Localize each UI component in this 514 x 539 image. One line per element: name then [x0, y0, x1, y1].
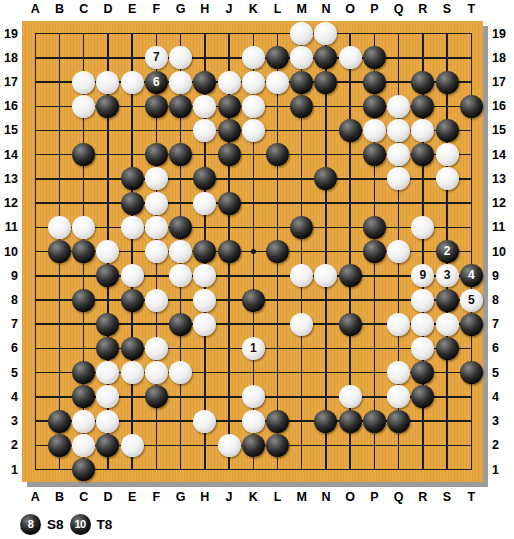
black-stone-T5	[460, 361, 483, 384]
white-stone-M7	[290, 313, 313, 336]
black-stone-P10	[363, 240, 386, 263]
black-stone-P17	[363, 71, 386, 94]
column-label-top: Q	[394, 2, 404, 16]
row-label-left: 1	[0, 463, 18, 477]
black-stone-E13	[121, 167, 144, 190]
black-stone-S8	[436, 289, 459, 312]
white-stone-S13	[436, 167, 459, 190]
black-stone-K8	[242, 289, 265, 312]
row-label-right: 15	[492, 123, 514, 137]
grid-line-vertical	[325, 33, 327, 470]
black-stone-R17	[411, 71, 434, 94]
grid-line-horizontal	[35, 469, 472, 471]
row-label-right: 19	[492, 27, 514, 41]
move-10-coordinate: T8	[97, 517, 113, 532]
row-label-left: 5	[0, 366, 18, 380]
column-label-bottom: K	[249, 490, 258, 504]
black-stone-L10	[266, 240, 289, 263]
white-stone-F8	[145, 289, 168, 312]
column-label-top: B	[55, 2, 64, 16]
white-stone-F6	[145, 337, 168, 360]
black-stone-L3	[266, 410, 289, 433]
column-label-top: R	[418, 2, 427, 16]
white-stone-E2	[121, 434, 144, 457]
white-stone-F11	[145, 216, 168, 239]
row-label-right: 10	[492, 245, 514, 259]
white-stone-S7	[436, 313, 459, 336]
white-stone-Q16	[387, 95, 410, 118]
white-stone-H16	[193, 95, 216, 118]
row-label-right: 7	[492, 317, 514, 331]
black-stone-F16	[145, 95, 168, 118]
column-label-top: P	[370, 2, 378, 16]
black-stone-P16	[363, 95, 386, 118]
move-number-label: 1	[242, 337, 265, 360]
white-stone-E9	[121, 264, 144, 287]
column-label-bottom: M	[297, 490, 307, 504]
column-label-bottom: B	[55, 490, 64, 504]
black-stone-E12	[121, 192, 144, 215]
white-stone-J2	[218, 434, 241, 457]
white-stone-L17	[266, 71, 289, 94]
column-label-top: S	[443, 2, 451, 16]
black-stone-G7	[169, 313, 192, 336]
column-label-top: G	[176, 2, 186, 16]
move-number-label: 9	[411, 264, 434, 287]
row-label-left: 4	[0, 390, 18, 404]
black-stone-K2	[242, 434, 265, 457]
column-label-bottom: C	[79, 490, 88, 504]
black-stone-C8	[72, 289, 95, 312]
black-stone-O15	[339, 119, 362, 142]
column-label-top: D	[103, 2, 112, 16]
white-stone-O18	[339, 46, 362, 69]
star-point	[251, 249, 256, 254]
column-label-bottom: Q	[394, 490, 404, 504]
move-number-label: 3	[436, 264, 459, 287]
white-stone-F5	[145, 361, 168, 384]
black-stone-N17	[314, 71, 337, 94]
column-label-top: L	[274, 2, 282, 16]
move-number-label: 7	[145, 46, 168, 69]
black-stone-M16	[290, 95, 313, 118]
black-stone-H17	[193, 71, 216, 94]
white-stone-C2	[72, 434, 95, 457]
column-label-bottom: T	[467, 490, 475, 504]
white-stone-O4	[339, 385, 362, 408]
black-stone-F14	[145, 143, 168, 166]
white-stone-K17	[242, 71, 265, 94]
move-number-label: 2	[436, 240, 459, 263]
black-stone-P11	[363, 216, 386, 239]
column-label-bottom: P	[370, 490, 378, 504]
white-stone-F10	[145, 240, 168, 263]
column-label-top: N	[321, 2, 330, 16]
white-stone-H8	[193, 289, 216, 312]
black-stone-P3	[363, 410, 386, 433]
move-number: 10	[70, 514, 91, 535]
white-stone-R8	[411, 289, 434, 312]
white-stone-S14	[436, 143, 459, 166]
black-stone-move-8: 8	[20, 514, 41, 535]
move-number-label: 4	[460, 264, 483, 287]
row-label-left: 3	[0, 414, 18, 428]
white-stone-H12	[193, 192, 216, 215]
row-label-left: 13	[0, 172, 18, 186]
black-stone-G11	[169, 216, 192, 239]
row-label-left: 11	[0, 220, 18, 234]
row-label-right: 16	[492, 99, 514, 113]
black-stone-O9	[339, 264, 362, 287]
column-label-top: C	[79, 2, 88, 16]
black-stone-O7	[339, 313, 362, 336]
white-stone-E5	[121, 361, 144, 384]
black-stone-J14	[218, 143, 241, 166]
row-label-left: 10	[0, 245, 18, 259]
row-label-left: 2	[0, 438, 18, 452]
row-label-left: 19	[0, 27, 18, 41]
row-label-right: 3	[492, 414, 514, 428]
black-stone-E6	[121, 337, 144, 360]
row-label-right: 2	[492, 438, 514, 452]
column-label-bottom: S	[443, 490, 451, 504]
black-stone-J16	[218, 95, 241, 118]
row-label-left: 17	[0, 75, 18, 89]
row-label-left: 14	[0, 148, 18, 162]
footer-caption: 8 S8 10 T8	[20, 512, 112, 537]
white-stone-K18	[242, 46, 265, 69]
white-stone-E11	[121, 216, 144, 239]
row-label-right: 4	[492, 390, 514, 404]
white-stone-J17	[218, 71, 241, 94]
column-label-top: F	[153, 2, 161, 16]
column-label-top: M	[297, 2, 307, 16]
black-stone-S15	[436, 119, 459, 142]
black-stone-R16	[411, 95, 434, 118]
column-label-bottom: O	[345, 490, 355, 504]
column-label-bottom: G	[176, 490, 186, 504]
column-label-bottom: F	[153, 490, 161, 504]
white-stone-C11	[72, 216, 95, 239]
black-stone-T16	[460, 95, 483, 118]
black-stone-move-10: 10	[70, 514, 91, 535]
black-stone-M11	[290, 216, 313, 239]
row-label-right: 17	[492, 75, 514, 89]
row-label-left: 15	[0, 123, 18, 137]
black-stone-B10	[48, 240, 71, 263]
black-stone-P14	[363, 143, 386, 166]
white-stone-C17	[72, 71, 95, 94]
white-stone-K16	[242, 95, 265, 118]
row-label-right: 13	[492, 172, 514, 186]
column-label-bottom: H	[200, 490, 209, 504]
row-label-left: 9	[0, 269, 18, 283]
white-stone-H7	[193, 313, 216, 336]
row-label-left: 7	[0, 317, 18, 331]
column-label-top: J	[226, 2, 233, 16]
white-stone-E17	[121, 71, 144, 94]
black-stone-Q3	[387, 410, 410, 433]
white-stone-P15	[363, 119, 386, 142]
column-label-bottom: J	[226, 490, 233, 504]
white-stone-H3	[193, 410, 216, 433]
white-stone-K3	[242, 410, 265, 433]
kifu-diagram: 12345679AABBCCDDEEFFGGHHJJKKLLMMNNOOPPQQ…	[0, 0, 514, 539]
black-stone-N3	[314, 410, 337, 433]
row-label-left: 16	[0, 99, 18, 113]
move-8-coordinate: S8	[47, 517, 64, 532]
column-label-bottom: E	[128, 490, 136, 504]
column-label-bottom: L	[274, 490, 282, 504]
black-stone-S17	[436, 71, 459, 94]
white-stone-F12	[145, 192, 168, 215]
black-stone-J10	[218, 240, 241, 263]
column-label-bottom: A	[31, 490, 40, 504]
white-stone-D17	[96, 71, 119, 94]
white-stone-Q15	[387, 119, 410, 142]
move-number-label: 5	[460, 289, 483, 312]
black-stone-O3	[339, 410, 362, 433]
row-label-right: 11	[492, 220, 514, 234]
row-label-right: 5	[492, 366, 514, 380]
column-label-top: E	[128, 2, 136, 16]
white-stone-Q7	[387, 313, 410, 336]
black-stone-B2	[48, 434, 71, 457]
black-stone-E8	[121, 289, 144, 312]
move-number-label: 6	[145, 71, 168, 94]
row-label-right: 14	[492, 148, 514, 162]
column-label-top: T	[467, 2, 475, 16]
white-stone-K15	[242, 119, 265, 142]
row-label-right: 12	[492, 196, 514, 210]
white-stone-K4	[242, 385, 265, 408]
column-label-bottom: N	[321, 490, 330, 504]
black-stone-B3	[48, 410, 71, 433]
black-stone-T7	[460, 313, 483, 336]
move-number: 8	[20, 514, 41, 535]
black-stone-G16	[169, 95, 192, 118]
column-label-top: H	[200, 2, 209, 16]
black-stone-L2	[266, 434, 289, 457]
row-label-right: 6	[492, 341, 514, 355]
column-label-top: K	[249, 2, 258, 16]
row-label-right: 8	[492, 293, 514, 307]
row-label-left: 18	[0, 51, 18, 65]
row-label-left: 6	[0, 341, 18, 355]
row-label-right: 1	[492, 463, 514, 477]
row-label-left: 8	[0, 293, 18, 307]
row-label-right: 9	[492, 269, 514, 283]
white-stone-C3	[72, 410, 95, 433]
white-stone-G17	[169, 71, 192, 94]
row-label-right: 18	[492, 51, 514, 65]
black-stone-M17	[290, 71, 313, 94]
white-stone-B11	[48, 216, 71, 239]
white-stone-D3	[96, 410, 119, 433]
row-label-left: 12	[0, 196, 18, 210]
column-label-top: O	[345, 2, 355, 16]
black-stone-J12	[218, 192, 241, 215]
white-stone-R7	[411, 313, 434, 336]
white-stone-C16	[72, 95, 95, 118]
black-stone-S6	[436, 337, 459, 360]
black-stone-J15	[218, 119, 241, 142]
column-label-bottom: R	[418, 490, 427, 504]
column-label-bottom: D	[103, 490, 112, 504]
column-label-top: A	[31, 2, 40, 16]
